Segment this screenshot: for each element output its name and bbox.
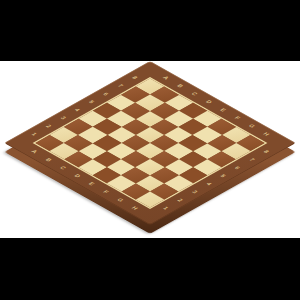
letterbox-bar-top <box>0 0 300 61</box>
letterbox-bar-bottom <box>0 238 300 300</box>
product-photo-canvas: AABBCCDDEEFFGGHH8877665544332211 <box>0 0 300 300</box>
